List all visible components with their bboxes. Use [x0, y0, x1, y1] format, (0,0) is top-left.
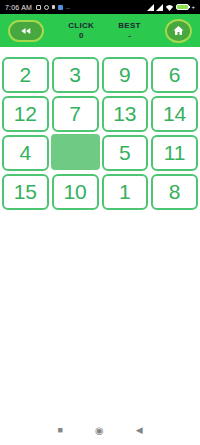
tile-15[interactable]: 15 [2, 174, 49, 210]
click-counter: CLICK 0 [68, 21, 94, 40]
score-panel: CLICK 0 BEST - [44, 21, 165, 40]
tile-7[interactable]: 7 [52, 96, 99, 132]
tile-2[interactable]: 2 [2, 57, 49, 93]
status-right-icons: + [147, 4, 195, 11]
tile-5[interactable]: 5 [102, 135, 149, 171]
status-bar: 7:06 AM .. + [0, 0, 200, 14]
click-value: 0 [68, 31, 94, 40]
game-header: CLICK 0 BEST - [0, 14, 200, 47]
battery-charging-icon [176, 4, 189, 10]
tile-11[interactable]: 11 [151, 135, 198, 171]
best-counter: BEST - [118, 21, 141, 40]
clock-time: 7:06 AM [5, 4, 32, 11]
notification-dot-icon [52, 5, 55, 9]
best-label: BEST [118, 21, 141, 31]
board: 239612713144511151018 [0, 57, 200, 210]
signal-bars-icon [147, 4, 154, 11]
tile-6[interactable]: 6 [151, 57, 198, 93]
home-circle-icon[interactable]: ◉ [95, 425, 104, 436]
android-nav-bar: ■ ◉ ◀ [0, 415, 200, 445]
click-label: CLICK [68, 21, 94, 31]
more-notifications-dots: .. [66, 5, 70, 9]
tile-4[interactable]: 4 [2, 135, 49, 171]
notification-icons: .. [36, 5, 70, 10]
tile-13[interactable]: 13 [102, 96, 149, 132]
tile-9[interactable]: 9 [102, 57, 149, 93]
tile-3[interactable]: 3 [52, 57, 99, 93]
tile-8[interactable]: 8 [151, 174, 198, 210]
tile-10[interactable]: 10 [52, 174, 99, 210]
fast-rewind-icon [19, 25, 33, 37]
back-triangle-icon[interactable]: ◀ [136, 425, 143, 435]
tile-1[interactable]: 1 [102, 174, 149, 210]
tile-14[interactable]: 14 [151, 96, 198, 132]
recents-square-icon[interactable]: ■ [57, 425, 62, 435]
home-icon [172, 25, 185, 37]
undo-back-button[interactable] [8, 20, 44, 42]
wifi-icon [165, 4, 174, 11]
tile-12[interactable]: 12 [2, 96, 49, 132]
blue-app-notification-icon [58, 5, 63, 10]
empty-cell [51, 134, 100, 170]
notification-square-icon [36, 5, 41, 10]
home-button[interactable] [165, 19, 192, 43]
notification-circle-icon [44, 5, 49, 10]
best-value: - [118, 31, 141, 40]
signal-bars-icon [156, 4, 163, 11]
battery-plus: + [191, 4, 195, 10]
